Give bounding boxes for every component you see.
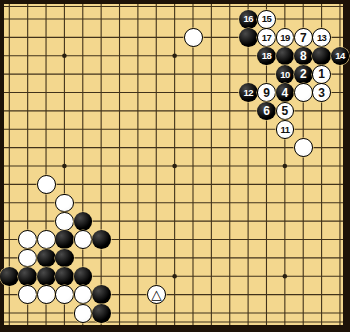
stone-layer: 16151719713188141021129436511△ bbox=[0, 0, 349, 332]
move-number: 19 bbox=[280, 33, 289, 43]
white-stone-move-5: 5 bbox=[276, 102, 295, 121]
white-stone bbox=[37, 230, 56, 249]
white-stone bbox=[55, 212, 74, 231]
move-number: 4 bbox=[282, 87, 289, 99]
black-stone bbox=[74, 267, 93, 286]
move-number: 10 bbox=[280, 70, 289, 80]
black-stone-move-10: 10 bbox=[276, 65, 295, 84]
white-stone bbox=[294, 83, 313, 102]
white-stone bbox=[184, 28, 203, 47]
move-number: 8 bbox=[300, 50, 307, 62]
move-number: 16 bbox=[243, 14, 252, 24]
black-stone-move-8: 8 bbox=[294, 47, 313, 66]
white-stone bbox=[55, 194, 74, 213]
move-number: 18 bbox=[262, 51, 271, 61]
white-stone bbox=[37, 175, 56, 194]
white-stone bbox=[294, 138, 313, 157]
black-stone bbox=[92, 285, 111, 304]
white-stone bbox=[74, 285, 93, 304]
white-stone-move-7: 7 bbox=[294, 28, 313, 47]
black-stone bbox=[55, 230, 74, 249]
white-stone-move-15: 15 bbox=[257, 10, 276, 29]
move-number: 2 bbox=[300, 68, 307, 80]
white-stone bbox=[18, 230, 37, 249]
move-number: 6 bbox=[263, 105, 270, 117]
move-number: 15 bbox=[262, 14, 271, 24]
white-stone-move-9: 9 bbox=[257, 83, 276, 102]
black-stone bbox=[18, 267, 37, 286]
white-stone-move-11: 11 bbox=[276, 120, 295, 139]
white-stone bbox=[55, 285, 74, 304]
black-stone bbox=[312, 47, 331, 66]
white-stone bbox=[18, 249, 37, 268]
black-stone bbox=[92, 304, 111, 323]
black-stone-move-2: 2 bbox=[294, 65, 313, 84]
white-stone bbox=[74, 304, 93, 323]
white-stone-move-17: 17 bbox=[257, 28, 276, 47]
black-stone bbox=[37, 249, 56, 268]
black-stone bbox=[0, 267, 19, 286]
white-stone bbox=[74, 230, 93, 249]
black-stone bbox=[239, 28, 258, 47]
black-stone bbox=[55, 249, 74, 268]
black-stone-move-12: 12 bbox=[239, 83, 258, 102]
black-stone-move-16: 16 bbox=[239, 10, 258, 29]
black-stone bbox=[276, 47, 295, 66]
black-stone-move-4: 4 bbox=[276, 83, 295, 102]
white-stone bbox=[37, 285, 56, 304]
move-number: 17 bbox=[262, 33, 271, 43]
black-stone-move-18: 18 bbox=[257, 47, 276, 66]
white-stone-move-13: 13 bbox=[312, 28, 331, 47]
move-number: 3 bbox=[318, 87, 325, 99]
black-stone bbox=[55, 267, 74, 286]
move-number: 13 bbox=[317, 33, 326, 43]
white-stone-move-3: 3 bbox=[312, 83, 331, 102]
move-number: 7 bbox=[300, 32, 307, 44]
black-stone bbox=[37, 267, 56, 286]
black-stone bbox=[92, 230, 111, 249]
go-board: 16151719713188141021129436511△ bbox=[0, 0, 350, 332]
white-stone-triangle-marked: △ bbox=[147, 285, 166, 304]
white-stone-move-19: 19 bbox=[276, 28, 295, 47]
white-stone bbox=[18, 285, 37, 304]
white-stone-move-1: 1 bbox=[312, 65, 331, 84]
move-number: 9 bbox=[263, 87, 270, 99]
move-number: 5 bbox=[282, 105, 289, 117]
black-stone-move-14: 14 bbox=[331, 47, 350, 66]
move-number: 12 bbox=[243, 88, 252, 98]
move-number: 1 bbox=[318, 68, 325, 80]
triangle-mark: △ bbox=[151, 288, 161, 302]
black-stone bbox=[74, 212, 93, 231]
move-number: 11 bbox=[280, 125, 289, 135]
black-stone-move-6: 6 bbox=[257, 102, 276, 121]
move-number: 14 bbox=[335, 51, 344, 61]
